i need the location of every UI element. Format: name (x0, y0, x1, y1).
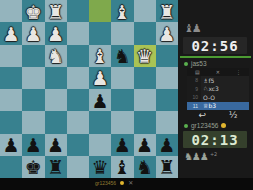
square-d6[interactable] (89, 111, 111, 133)
square-g4[interactable] (22, 67, 44, 89)
move-number: 10 (187, 93, 201, 102)
square-c3[interactable]: ♞ (111, 45, 133, 67)
online-dot-icon (184, 124, 188, 128)
square-c2[interactable] (111, 22, 133, 44)
move-list-header: ▤✕⋮ (187, 68, 249, 76)
move-number: 9 (187, 85, 201, 94)
top-player-name[interactable]: jas53 (191, 60, 207, 67)
square-e4[interactable] (67, 67, 89, 89)
square-c5[interactable] (111, 89, 133, 111)
square-g2[interactable]: ♟ (22, 22, 44, 44)
square-c7[interactable]: ♟ (111, 134, 133, 156)
white-knight[interactable]: ♞ (47, 47, 64, 66)
top-player-clock: 02:56 (183, 37, 247, 54)
chess-board: ♚♜♝♜♟♟♟♟♞♝♞♛♟♟♟♟♟♟♟♟♚♜♛♝♞♜ (0, 0, 178, 178)
white-rook[interactable]: ♜ (47, 3, 64, 22)
move-row-8[interactable]: 8♗f5 (187, 76, 249, 85)
white-pawn[interactable]: ♟ (158, 25, 175, 44)
black-knight[interactable]: ♞ (114, 47, 131, 66)
green-divider-line (180, 56, 251, 58)
bottom-player-row: gr123456 (184, 122, 226, 129)
move-san: ♗f5 (201, 77, 214, 84)
player-badge-icon (221, 123, 226, 128)
move-number: 11 (187, 102, 201, 111)
square-a8[interactable]: ♜ (156, 156, 178, 178)
black-pawn[interactable]: ♟ (3, 136, 20, 155)
move-number: 8 (187, 76, 201, 85)
black-pawn[interactable]: ♟ (114, 136, 131, 155)
square-f6[interactable] (45, 111, 67, 133)
close-icon[interactable]: ✕ (216, 70, 220, 75)
square-e8[interactable] (67, 156, 89, 178)
square-h8[interactable] (0, 156, 22, 178)
bottom-status-bar: gr123456 ✕ (0, 178, 253, 190)
square-f3[interactable]: ♞ (45, 45, 67, 67)
game-sidebar: ♝♟ 02:56 jas53 ▤✕⋮ 8♗f59♘xc310O-O11♕b3 ↩… (178, 0, 253, 178)
chess-app: ♚♜♝♜♟♟♟♟♞♝♞♛♟♟♟♟♟♟♟♟♚♜♛♝♞♜ gr123456 ✕ ♝♟… (0, 0, 253, 190)
square-b2[interactable] (134, 22, 156, 44)
square-h3[interactable] (0, 45, 22, 67)
square-e7[interactable] (67, 134, 89, 156)
square-h7[interactable]: ♟ (0, 134, 22, 156)
square-b5[interactable] (134, 89, 156, 111)
captured-by-white: ♝♟ (184, 22, 200, 35)
square-b7[interactable]: ♟ (134, 134, 156, 156)
black-pawn[interactable]: ♟ (92, 92, 109, 111)
square-e3[interactable] (67, 45, 89, 67)
square-f7[interactable]: ♟ (45, 134, 67, 156)
square-b4[interactable] (134, 67, 156, 89)
white-pawn[interactable]: ♟ (3, 25, 20, 44)
black-pawn[interactable]: ♟ (25, 136, 42, 155)
square-a1[interactable]: ♜ (156, 0, 178, 22)
square-f5[interactable] (45, 89, 67, 111)
square-e6[interactable] (67, 111, 89, 133)
move-row-10[interactable]: 10O-O (187, 93, 249, 102)
square-d7[interactable] (89, 134, 111, 156)
square-g8[interactable]: ♚ (22, 156, 44, 178)
square-h2[interactable]: ♟ (0, 22, 22, 44)
move-row-9[interactable]: 9♘xc3 (187, 85, 249, 94)
square-b6[interactable] (134, 111, 156, 133)
black-pawn[interactable]: ♟ (158, 136, 175, 155)
white-king[interactable]: ♚ (25, 3, 42, 22)
captured-pieces-bottom: ♞♟♟ (184, 151, 208, 162)
square-h6[interactable] (0, 111, 22, 133)
square-c6[interactable] (111, 111, 133, 133)
square-f8[interactable]: ♜ (45, 156, 67, 178)
black-pawn[interactable]: ♟ (47, 136, 64, 155)
white-pawn[interactable]: ♟ (47, 25, 64, 44)
white-queen[interactable]: ♛ (136, 47, 153, 66)
square-h5[interactable] (0, 89, 22, 111)
square-d3[interactable]: ♝ (89, 45, 111, 67)
square-d4[interactable]: ♟ (89, 67, 111, 89)
square-h1[interactable] (0, 0, 22, 22)
square-h4[interactable] (0, 67, 22, 89)
move-list-rows: 8♗f59♘xc310O-O11♕b3 (187, 76, 249, 110)
square-d5[interactable]: ♟ (89, 89, 111, 111)
black-king[interactable]: ♚ (25, 158, 42, 177)
square-b8[interactable]: ♞ (134, 156, 156, 178)
square-c4[interactable] (111, 67, 133, 89)
square-f2[interactable]: ♟ (45, 22, 67, 44)
square-c8[interactable]: ♝ (111, 156, 133, 178)
square-g7[interactable]: ♟ (22, 134, 44, 156)
black-pawn[interactable]: ♟ (136, 136, 153, 155)
square-d2[interactable] (89, 22, 111, 44)
draw-offer-button[interactable]: ½ (229, 111, 238, 120)
status-close-icon[interactable]: ✕ (128, 180, 133, 186)
game-action-buttons: ↩ ½ (187, 110, 249, 121)
black-queen[interactable]: ♛ (92, 158, 109, 177)
bottom-player-clock-active: 02:13 (183, 131, 247, 148)
status-dot-icon (120, 181, 124, 185)
move-san: ♕b3 (201, 102, 216, 109)
black-rook[interactable]: ♜ (47, 158, 64, 177)
black-rook[interactable]: ♜ (158, 158, 175, 177)
square-b3[interactable]: ♛ (134, 45, 156, 67)
status-row: gr123456 ✕ (95, 180, 133, 186)
white-pawn[interactable]: ♟ (92, 69, 109, 88)
square-a7[interactable]: ♟ (156, 134, 178, 156)
square-a5[interactable] (156, 89, 178, 111)
square-f4[interactable] (45, 67, 67, 89)
square-e1[interactable] (67, 0, 89, 22)
black-knight[interactable]: ♞ (136, 158, 153, 177)
square-d1[interactable] (89, 0, 111, 22)
move-san: ♘xc3 (201, 85, 219, 92)
square-g1[interactable]: ♚ (22, 0, 44, 22)
takeback-button[interactable]: ↩ (198, 111, 206, 120)
menu-icon[interactable]: ⋮ (236, 70, 241, 75)
white-bishop[interactable]: ♝ (114, 3, 131, 22)
square-g5[interactable] (22, 89, 44, 111)
square-d8[interactable]: ♛ (89, 156, 111, 178)
square-g6[interactable] (22, 111, 44, 133)
square-b1[interactable] (134, 0, 156, 22)
top-clock-time: 02:56 (191, 38, 238, 54)
square-a4[interactable] (156, 67, 178, 89)
online-dot-icon (184, 62, 188, 66)
captured-by-black: ♞♟♟+2 (184, 151, 217, 162)
bottom-clock-time: 02:13 (191, 132, 238, 148)
top-player-row: jas53 (184, 60, 207, 67)
black-bishop[interactable]: ♝ (114, 158, 131, 177)
move-row-11[interactable]: 11♕b3 (187, 102, 249, 111)
status-text: gr123456 (95, 180, 116, 186)
white-rook[interactable]: ♜ (158, 3, 175, 22)
square-g3[interactable] (22, 45, 44, 67)
square-a2[interactable]: ♟ (156, 22, 178, 44)
square-a6[interactable] (156, 111, 178, 133)
white-bishop[interactable]: ♝ (92, 47, 109, 66)
flip-board-icon[interactable]: ▤ (195, 70, 200, 75)
material-advantage: +2 (210, 151, 217, 157)
square-c1[interactable]: ♝ (111, 0, 133, 22)
white-pawn[interactable]: ♟ (25, 25, 42, 44)
square-e2[interactable] (67, 22, 89, 44)
move-san: O-O (201, 94, 215, 101)
square-a3[interactable] (156, 45, 178, 67)
bottom-player-name[interactable]: gr123456 (191, 122, 218, 129)
captured-pieces-top: ♝♟ (184, 22, 200, 35)
square-f1[interactable]: ♜ (45, 0, 67, 22)
square-e5[interactable] (67, 89, 89, 111)
move-list-panel: ▤✕⋮ 8♗f59♘xc310O-O11♕b3 (187, 68, 249, 110)
